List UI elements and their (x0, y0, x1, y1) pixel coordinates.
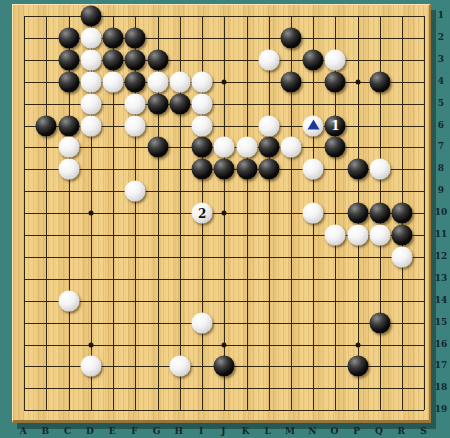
row-label-10: 10 (435, 208, 448, 217)
column-label-J: J (221, 427, 225, 436)
black-stone-C2 (58, 27, 79, 48)
white-stone-N10 (303, 203, 324, 224)
black-stone-N3 (303, 49, 324, 70)
star-point-J10 (222, 211, 227, 216)
black-stone-C3 (58, 49, 79, 70)
black-stone-G7 (147, 137, 168, 158)
star-point-D16 (88, 342, 93, 347)
white-stone-H4 (169, 71, 190, 92)
black-stone-C6 (58, 115, 79, 136)
white-stone-E4 (103, 71, 124, 92)
row-label-8: 8 (438, 164, 444, 173)
white-stone-C14 (58, 290, 79, 311)
white-stone-I15 (192, 312, 213, 333)
star-point-J4 (222, 79, 227, 84)
move-number-label: 2 (198, 207, 206, 219)
column-label-M: M (285, 427, 295, 436)
white-stone-I5 (192, 93, 213, 114)
white-stone-O3 (325, 49, 346, 70)
white-stone-D6 (80, 115, 101, 136)
column-label-G: G (153, 427, 161, 436)
grid-line (424, 16, 425, 410)
star-point-J16 (222, 342, 227, 347)
black-stone-R11 (392, 225, 413, 246)
white-stone-P11 (347, 225, 368, 246)
black-stone-E2 (103, 27, 124, 48)
row-label-16: 16 (435, 339, 448, 348)
white-stone-I4 (192, 71, 213, 92)
white-stone-C7 (58, 137, 79, 158)
row-label-6: 6 (438, 120, 444, 129)
column-label-D: D (86, 427, 94, 436)
black-stone-E3 (103, 49, 124, 70)
black-stone-F2 (125, 27, 146, 48)
white-stone-Q11 (369, 225, 390, 246)
black-stone-I8 (192, 159, 213, 180)
column-label-H: H (175, 427, 184, 436)
column-label-S: S (420, 427, 427, 436)
column-label-E: E (109, 427, 116, 436)
row-label-4: 4 (438, 76, 444, 85)
grid-line (24, 279, 424, 280)
row-label-3: 3 (438, 54, 444, 63)
black-stone-O4 (325, 71, 346, 92)
star-point-P4 (355, 79, 360, 84)
black-stone-K8 (236, 159, 257, 180)
grid-line (24, 323, 424, 324)
white-stone-L3 (258, 49, 279, 70)
white-stone-F6 (125, 115, 146, 136)
column-label-C: C (64, 427, 71, 436)
black-stone-G3 (147, 49, 168, 70)
white-stone-N8 (303, 159, 324, 180)
column-label-I: I (199, 427, 203, 436)
row-label-14: 14 (435, 295, 448, 304)
row-label-17: 17 (435, 361, 448, 370)
row-label-7: 7 (438, 142, 444, 151)
white-stone-D2 (80, 27, 101, 48)
column-label-Q: Q (375, 427, 383, 436)
white-stone-F9 (125, 181, 146, 202)
grid-line (24, 301, 424, 302)
white-stone-I10: 2 (192, 203, 213, 224)
black-stone-F4 (125, 71, 146, 92)
column-label-F: F (131, 427, 137, 436)
black-stone-G5 (147, 93, 168, 114)
black-stone-O6: 1 (325, 115, 346, 136)
white-stone-D3 (80, 49, 101, 70)
move-number-label: 1 (331, 120, 339, 132)
white-stone-F5 (125, 93, 146, 114)
row-label-18: 18 (435, 383, 448, 392)
black-stone-R10 (392, 203, 413, 224)
white-stone-D17 (80, 356, 101, 377)
triangle-marker-icon (307, 120, 319, 130)
black-stone-M2 (281, 27, 302, 48)
black-stone-Q15 (369, 312, 390, 333)
black-stone-P8 (347, 159, 368, 180)
black-stone-J17 (214, 356, 235, 377)
column-label-O: O (331, 427, 339, 436)
column-label-R: R (397, 427, 404, 436)
row-label-12: 12 (435, 251, 448, 260)
white-stone-J7 (214, 137, 235, 158)
grid-line (247, 16, 248, 410)
white-stone-R12 (392, 246, 413, 267)
row-label-19: 19 (435, 405, 448, 414)
star-point-P16 (355, 342, 360, 347)
grid-line (269, 16, 270, 410)
white-stone-O11 (325, 225, 346, 246)
row-label-15: 15 (435, 317, 448, 326)
black-stone-O7 (325, 137, 346, 158)
row-label-1: 1 (438, 11, 444, 20)
white-stone-I6 (192, 115, 213, 136)
column-label-B: B (42, 427, 50, 436)
black-stone-J8 (214, 159, 235, 180)
row-label-2: 2 (438, 32, 444, 41)
column-label-P: P (353, 427, 360, 436)
black-stone-D1 (80, 6, 101, 27)
black-stone-Q4 (369, 71, 390, 92)
black-stone-B6 (36, 115, 57, 136)
white-stone-D4 (80, 71, 101, 92)
black-stone-F3 (125, 49, 146, 70)
white-stone-L6 (258, 115, 279, 136)
white-stone-K7 (236, 137, 257, 158)
grid-line (24, 257, 424, 258)
black-stone-M4 (281, 71, 302, 92)
black-stone-L7 (258, 137, 279, 158)
row-label-5: 5 (438, 98, 444, 107)
row-label-11: 11 (435, 230, 448, 239)
column-label-A: A (20, 427, 27, 436)
row-label-9: 9 (438, 186, 444, 195)
go-app-screen: 12 ABCDEFGHIJKLMNOPQRS 12345678910111213… (0, 0, 450, 438)
black-stone-P17 (347, 356, 368, 377)
white-stone-N6 (303, 115, 324, 136)
grid-line (24, 410, 424, 411)
go-board[interactable]: 12 (12, 4, 431, 423)
black-stone-I7 (192, 137, 213, 158)
star-point-D10 (88, 211, 93, 216)
white-stone-Q8 (369, 159, 390, 180)
grid-line (24, 388, 424, 389)
column-label-L: L (265, 427, 271, 436)
black-stone-H5 (169, 93, 190, 114)
black-stone-P10 (347, 203, 368, 224)
black-stone-C4 (58, 71, 79, 92)
white-stone-H17 (169, 356, 190, 377)
column-label-K: K (242, 427, 250, 436)
white-stone-M7 (281, 137, 302, 158)
white-stone-D5 (80, 93, 101, 114)
white-stone-C8 (58, 159, 79, 180)
column-label-N: N (308, 427, 316, 436)
black-stone-Q10 (369, 203, 390, 224)
row-label-13: 13 (435, 273, 448, 282)
black-stone-L8 (258, 159, 279, 180)
white-stone-G4 (147, 71, 168, 92)
